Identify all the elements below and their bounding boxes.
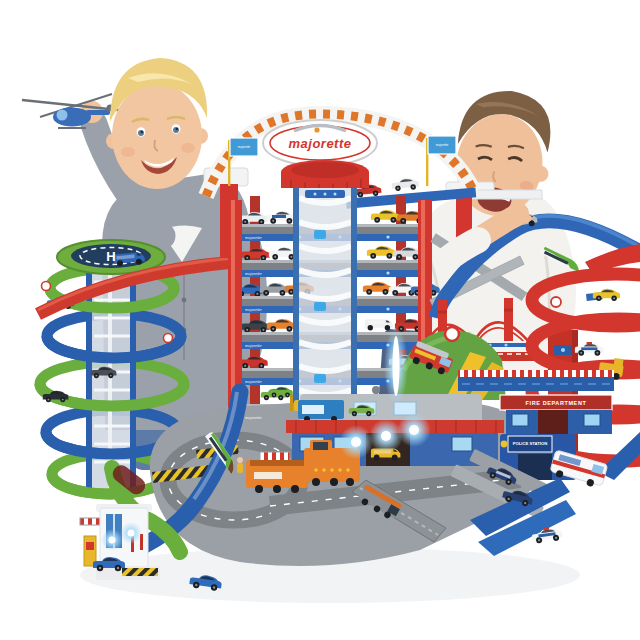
spiral-police-car: [575, 342, 604, 356]
product-photo-stage: majorette majorette majorette majorette …: [0, 0, 640, 640]
spiral-yellow-car: [593, 289, 620, 301]
scene-illustration: [0, 0, 640, 640]
container-truck: [298, 400, 344, 422]
